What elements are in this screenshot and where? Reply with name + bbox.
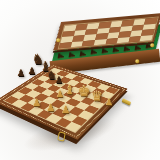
product-photo: ♟♟♟♟♟♟♟♟♟♟♟♟♟♟♟♟♟ ♞♝♟♟♞♟♟♝♚♛♟♟♟♟ (0, 0, 160, 160)
board-square (140, 35, 153, 42)
piece-black-knight-b8: ♞ (32, 53, 44, 66)
piece-black-pawn-a6: ♟ (17, 69, 25, 78)
